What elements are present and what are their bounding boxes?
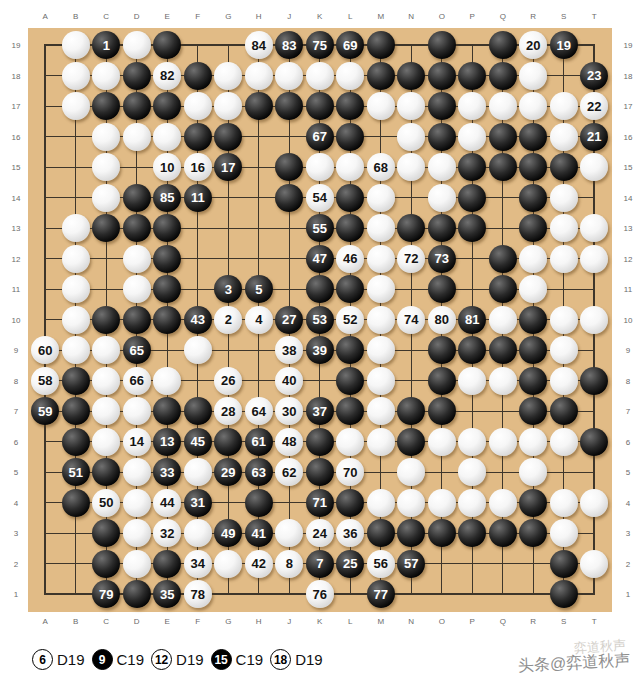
stone-O10: 80 [428, 306, 456, 334]
coordinate-label: O [439, 617, 445, 626]
coordinate-label: K [317, 12, 322, 21]
coordinate-label: B [73, 12, 78, 21]
coordinate-label: 11 [624, 285, 632, 294]
stone-C4: 50 [92, 489, 120, 517]
move-number: 67 [313, 130, 327, 143]
stone-R11 [519, 275, 547, 303]
stone-K1: 76 [306, 580, 334, 608]
stone-K11 [306, 275, 334, 303]
stone-H17 [245, 92, 273, 120]
move-number: 31 [191, 496, 205, 509]
stone-N6 [397, 428, 425, 456]
stone-F14: 11 [184, 184, 212, 212]
stone-H11: 5 [245, 275, 273, 303]
stone-M6 [367, 428, 395, 456]
stone-N7 [397, 397, 425, 425]
move-number: 71 [313, 496, 327, 509]
stone-J5: 62 [275, 458, 303, 486]
coordinate-label: F [195, 12, 200, 21]
stone-P17 [458, 92, 486, 120]
move-number: 20 [526, 39, 540, 52]
stone-N16 [397, 123, 425, 151]
move-number: 57 [404, 557, 418, 570]
move-number: 73 [435, 252, 449, 265]
stone-K9: 39 [306, 336, 334, 364]
move-number: 27 [282, 313, 296, 326]
move-coordinate: C19 [236, 651, 264, 668]
stone-N3 [397, 519, 425, 547]
stone-M14 [367, 184, 395, 212]
stone-L13 [336, 214, 364, 242]
coordinate-label: P [470, 617, 475, 626]
stone-K5 [306, 458, 334, 486]
stone-P6 [458, 428, 486, 456]
stone-K6 [306, 428, 334, 456]
stone-M19 [367, 31, 395, 59]
move-number: 24 [313, 527, 327, 540]
stone-S10 [550, 306, 578, 334]
move-number: 2 [225, 313, 232, 326]
stone-D16 [123, 123, 151, 151]
stone-N2: 57 [397, 550, 425, 578]
move-number: 38 [282, 344, 296, 357]
coordinate-label: K [317, 617, 322, 626]
move-number: 53 [313, 313, 327, 326]
stone-M12 [367, 245, 395, 273]
stone-G2 [214, 550, 242, 578]
move-number: 85 [160, 191, 174, 204]
move-number: 80 [435, 313, 449, 326]
stone-Q19 [489, 31, 517, 59]
move-number: 81 [465, 313, 479, 326]
coordinate-label: C [103, 12, 109, 21]
stone-R16 [519, 123, 547, 151]
move-number: 44 [160, 496, 174, 509]
move-number: 14 [130, 435, 144, 448]
stone-G18 [214, 62, 242, 90]
stone-O6 [428, 428, 456, 456]
stone-O4 [428, 489, 456, 517]
stone-B19 [62, 31, 90, 59]
coordinate-label: 3 [626, 529, 630, 538]
stone-T12 [580, 245, 608, 273]
caption-move: 6D19 [32, 649, 85, 670]
stone-Q6 [489, 428, 517, 456]
stone-F2: 34 [184, 550, 212, 578]
move-number: 78 [191, 588, 205, 601]
move-coordinate: D19 [176, 651, 204, 668]
coordinate-label: 1 [14, 590, 18, 599]
move-number: 47 [313, 252, 327, 265]
coordinate-label: E [165, 617, 170, 626]
move-number: 79 [99, 588, 113, 601]
stone-S13 [550, 214, 578, 242]
coordinate-label: 6 [626, 437, 630, 446]
stone-S3 [550, 519, 578, 547]
stone-T13 [580, 214, 608, 242]
coordinate-label: 9 [626, 346, 630, 355]
stone-A8: 58 [31, 367, 59, 395]
stone-M8 [367, 367, 395, 395]
stone-B8 [62, 367, 90, 395]
stone-S16 [550, 123, 578, 151]
move-number: 70 [343, 466, 357, 479]
move-number: 52 [343, 313, 357, 326]
stone-O16 [428, 123, 456, 151]
stone-G3: 49 [214, 519, 242, 547]
stone-G7: 28 [214, 397, 242, 425]
move-number: 25 [343, 557, 357, 570]
coordinate-label: Q [500, 617, 506, 626]
stone-P10: 81 [458, 306, 486, 334]
stone-H4 [245, 489, 273, 517]
stone-N12: 72 [397, 245, 425, 273]
coordinate-label: 6 [14, 437, 18, 446]
coordinate-label: 2 [14, 559, 18, 568]
stone-L4 [336, 489, 364, 517]
move-number: 32 [160, 527, 174, 540]
stone-L16 [336, 123, 364, 151]
stone-L7 [336, 397, 364, 425]
coordinate-label: R [530, 12, 536, 21]
stone-D19 [123, 31, 151, 59]
stone-L17 [336, 92, 364, 120]
coordinate-label: 19 [12, 41, 21, 50]
caption-move: 15C19 [211, 649, 264, 670]
stone-T17: 22 [580, 92, 608, 120]
stone-M18 [367, 62, 395, 90]
stone-S2 [550, 550, 578, 578]
move-number: 34 [191, 557, 205, 570]
coordinate-label: 16 [624, 132, 633, 141]
stone-N15 [397, 153, 425, 181]
coordinate-label: F [195, 617, 200, 626]
coordinate-label: S [561, 12, 566, 21]
stone-K17 [306, 92, 334, 120]
move-number: 13 [160, 435, 174, 448]
move-number: 68 [374, 161, 388, 174]
stone-R18 [519, 62, 547, 90]
stone-P8 [458, 367, 486, 395]
move-number: 42 [252, 557, 266, 570]
stone-D4 [123, 489, 151, 517]
stone-L11 [336, 275, 364, 303]
stone-G16 [214, 123, 242, 151]
stone-B4 [62, 489, 90, 517]
coordinate-label: H [256, 617, 262, 626]
stone-S19: 19 [550, 31, 578, 59]
move-number: 60 [38, 344, 52, 357]
stone-P18 [458, 62, 486, 90]
stone-O14 [428, 184, 456, 212]
stone-E12 [153, 245, 181, 273]
stone-C9 [92, 336, 120, 364]
coordinate-label: J [287, 617, 291, 626]
stone-T6 [580, 428, 608, 456]
stone-M2: 56 [367, 550, 395, 578]
stone-E14: 85 [153, 184, 181, 212]
stone-D3 [123, 519, 151, 547]
move-number: 21 [587, 130, 601, 143]
stone-P5 [458, 458, 486, 486]
stone-C7 [92, 397, 120, 425]
stone-R3 [519, 519, 547, 547]
stone-D9: 65 [123, 336, 151, 364]
move-number: 5 [255, 283, 262, 296]
stone-L10: 52 [336, 306, 364, 334]
stone-C3 [92, 519, 120, 547]
stone-E1: 35 [153, 580, 181, 608]
coordinate-label: 14 [12, 193, 21, 202]
move-number: 75 [313, 39, 327, 52]
stone-T15 [580, 153, 608, 181]
stone-H18 [245, 62, 273, 90]
stone-D13 [123, 214, 151, 242]
stone-P4 [458, 489, 486, 517]
go-diagram-page: 6D199C1912D1915C1918D19 弈道秋声 头条@弈道秋声 AAB… [0, 0, 640, 685]
stone-E3: 32 [153, 519, 181, 547]
stone-M1: 77 [367, 580, 395, 608]
move-number: 55 [313, 222, 327, 235]
stone-T18: 23 [580, 62, 608, 90]
move-number: 8 [286, 557, 293, 570]
coordinate-label: P [470, 12, 475, 21]
move-number: 36 [343, 527, 357, 540]
stone-B12 [62, 245, 90, 273]
stone-N5 [397, 458, 425, 486]
caption-move: 18D19 [270, 649, 323, 670]
stone-P14 [458, 184, 486, 212]
move-number: 61 [252, 435, 266, 448]
move-number: 23 [587, 69, 601, 82]
stone-S1 [550, 580, 578, 608]
stone-R19: 20 [519, 31, 547, 59]
stone-T8 [580, 367, 608, 395]
move-number: 51 [69, 466, 83, 479]
stone-M9 [367, 336, 395, 364]
stone-R4 [519, 489, 547, 517]
stone-O13 [428, 214, 456, 242]
coordinate-label: Q [500, 12, 506, 21]
move-number: 49 [221, 527, 235, 540]
stone-C16 [92, 123, 120, 151]
stone-M4 [367, 489, 395, 517]
stone-H2: 42 [245, 550, 273, 578]
stone-R10 [519, 306, 547, 334]
stone-O3 [428, 519, 456, 547]
stone-S8 [550, 367, 578, 395]
stone-N4 [397, 489, 425, 517]
stone-D11 [123, 275, 151, 303]
stone-F17 [184, 92, 212, 120]
stone-D12 [123, 245, 151, 273]
stone-T4 [580, 489, 608, 517]
stone-K12: 47 [306, 245, 334, 273]
move-number: 82 [160, 69, 174, 82]
move-number: 59 [38, 405, 52, 418]
stone-M10 [367, 306, 395, 334]
caption-bar: 6D199C1912D1915C1918D19 弈道秋声 头条@弈道秋声 [0, 640, 640, 685]
stone-O12: 73 [428, 245, 456, 273]
stone-F18 [184, 62, 212, 90]
coordinate-label: 8 [626, 376, 630, 385]
stone-K4: 71 [306, 489, 334, 517]
coordinate-label: 7 [14, 407, 18, 416]
caption-move: 9C19 [92, 649, 145, 670]
move-number: 64 [252, 405, 266, 418]
coordinate-label: 12 [12, 254, 21, 263]
move-number: 37 [313, 405, 327, 418]
stone-R9 [519, 336, 547, 364]
coordinate-label: R [530, 617, 536, 626]
stone-N17 [397, 92, 425, 120]
stone-B18 [62, 62, 90, 90]
coordinate-label: 14 [624, 193, 633, 202]
stone-R15 [519, 153, 547, 181]
coordinate-label: A [43, 617, 48, 626]
stone-H19: 84 [245, 31, 273, 59]
stone-H6: 61 [245, 428, 273, 456]
stone-B6 [62, 428, 90, 456]
move-circle: 18 [270, 649, 291, 670]
stone-E10 [153, 306, 181, 334]
stone-G10: 2 [214, 306, 242, 334]
stone-J2: 8 [275, 550, 303, 578]
stone-F3 [184, 519, 212, 547]
move-number: 43 [191, 313, 205, 326]
stone-F16 [184, 123, 212, 151]
stone-D6: 14 [123, 428, 151, 456]
stone-E11 [153, 275, 181, 303]
stone-Q4 [489, 489, 517, 517]
move-number: 28 [221, 405, 235, 418]
stone-C19: 1 [92, 31, 120, 59]
stone-G17 [214, 92, 242, 120]
move-number: 46 [343, 252, 357, 265]
stone-C5 [92, 458, 120, 486]
stone-E6: 13 [153, 428, 181, 456]
coordinate-label: 4 [14, 498, 18, 507]
move-number: 48 [282, 435, 296, 448]
stone-J17 [275, 92, 303, 120]
stone-G5: 29 [214, 458, 242, 486]
move-number: 83 [282, 39, 296, 52]
stone-L6 [336, 428, 364, 456]
move-number: 7 [316, 557, 323, 570]
stone-N18 [397, 62, 425, 90]
move-number: 84 [252, 39, 266, 52]
stone-B13 [62, 214, 90, 242]
stone-O8 [428, 367, 456, 395]
stone-D5 [123, 458, 151, 486]
stone-L3: 36 [336, 519, 364, 547]
stone-J10: 27 [275, 306, 303, 334]
stone-D10 [123, 306, 151, 334]
coordinate-label: J [287, 12, 291, 21]
stone-J9: 38 [275, 336, 303, 364]
stone-Q15 [489, 153, 517, 181]
stone-L18 [336, 62, 364, 90]
stone-G11: 3 [214, 275, 242, 303]
stone-C1: 79 [92, 580, 120, 608]
stone-M17 [367, 92, 395, 120]
stone-F9 [184, 336, 212, 364]
stone-S17 [550, 92, 578, 120]
stone-C15 [92, 153, 120, 181]
move-number: 58 [38, 374, 52, 387]
stone-F6: 45 [184, 428, 212, 456]
stone-Q18 [489, 62, 517, 90]
stone-D7 [123, 397, 151, 425]
stone-L2: 25 [336, 550, 364, 578]
coordinate-label: L [348, 617, 352, 626]
coordinate-label: T [592, 617, 597, 626]
coordinate-label: 2 [626, 559, 630, 568]
move-number: 35 [160, 588, 174, 601]
stone-M15: 68 [367, 153, 395, 181]
move-number: 65 [130, 344, 144, 357]
stone-O15 [428, 153, 456, 181]
stone-K2: 7 [306, 550, 334, 578]
stone-K7: 37 [306, 397, 334, 425]
move-number: 77 [374, 588, 388, 601]
stone-P15 [458, 153, 486, 181]
caption-move-list: 6D199C1912D1915C1918D19 [32, 649, 323, 670]
stone-K18 [306, 62, 334, 90]
stone-H10: 4 [245, 306, 273, 334]
move-number: 4 [255, 313, 262, 326]
stone-R6 [519, 428, 547, 456]
coordinate-label: 19 [624, 41, 633, 50]
coordinate-label: 3 [14, 529, 18, 538]
move-number: 54 [313, 191, 327, 204]
stone-J7: 30 [275, 397, 303, 425]
coordinate-label: G [225, 12, 231, 21]
coordinate-label: 1 [626, 590, 630, 599]
stone-E2 [153, 550, 181, 578]
stone-L15 [336, 153, 364, 181]
move-number: 17 [221, 161, 235, 174]
stone-R12 [519, 245, 547, 273]
stone-O9 [428, 336, 456, 364]
stone-C8 [92, 367, 120, 395]
coordinate-label: 17 [12, 102, 21, 111]
stone-T2 [580, 550, 608, 578]
coordinate-label: 11 [12, 285, 20, 294]
stone-P9 [458, 336, 486, 364]
move-number: 19 [557, 39, 571, 52]
move-number: 69 [343, 39, 357, 52]
stone-C14 [92, 184, 120, 212]
stone-B10 [62, 306, 90, 334]
stone-L19: 69 [336, 31, 364, 59]
stone-M3 [367, 519, 395, 547]
stone-A9: 60 [31, 336, 59, 364]
stone-H7: 64 [245, 397, 273, 425]
coordinate-label: 4 [626, 498, 630, 507]
stone-Q17 [489, 92, 517, 120]
stone-S9 [550, 336, 578, 364]
stone-E17 [153, 92, 181, 120]
stone-S7 [550, 397, 578, 425]
coordinate-label: S [561, 617, 566, 626]
move-number: 16 [191, 161, 205, 174]
move-number: 72 [404, 252, 418, 265]
move-number: 11 [191, 191, 205, 204]
stone-G6 [214, 428, 242, 456]
coordinate-label: H [256, 12, 262, 21]
stone-J14 [275, 184, 303, 212]
